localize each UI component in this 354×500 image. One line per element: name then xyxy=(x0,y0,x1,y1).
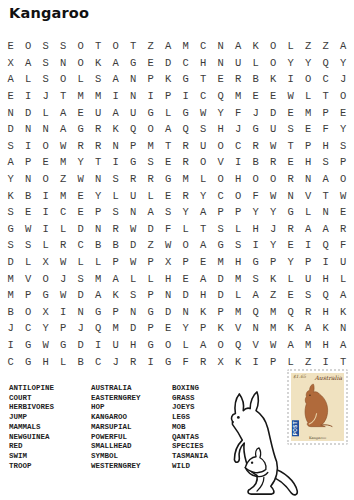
grid-cell: A xyxy=(55,104,73,121)
grid-cell: D xyxy=(212,270,230,287)
grid-cell: I xyxy=(142,88,160,105)
word-list-column-2: AUSTRALIAEASTERNGREYHOPKANGAROOMARSUPIAL… xyxy=(91,384,141,471)
grid-cell: D xyxy=(125,320,143,337)
grid-cell: K xyxy=(90,55,108,72)
grid-cell: L xyxy=(142,270,160,287)
grid-cell: O xyxy=(37,138,55,155)
grid-cell: O xyxy=(142,121,160,138)
grid-cell: S xyxy=(37,38,55,55)
grid-cell: B xyxy=(2,304,20,321)
grid-cell: M xyxy=(2,287,20,304)
grid-cell: L xyxy=(282,38,300,55)
grid-cell: D xyxy=(142,221,160,238)
grid-cell: Y xyxy=(195,187,213,204)
word-search-grid: EOSSOTOTZAMCNAKOLZZAXASNOKAGEDCHNULOYYQY… xyxy=(2,38,352,370)
grid-cell: G xyxy=(160,171,178,188)
grid-cell: K xyxy=(230,353,248,370)
grid-cell: S xyxy=(107,204,125,221)
grid-cell: V xyxy=(230,320,248,337)
grid-cell: M xyxy=(142,138,160,155)
word-list-item: SYMBOL xyxy=(91,452,141,462)
word-list-item: QANTAS xyxy=(172,433,208,443)
grid-cell: M xyxy=(212,254,230,271)
grid-cell: N xyxy=(90,171,108,188)
word-list-item: MOB xyxy=(172,423,208,433)
grid-cell: E xyxy=(335,204,353,221)
grid-cell: W xyxy=(20,221,38,238)
word-list-item: MARSUPIAL xyxy=(91,423,141,433)
grid-cell: L xyxy=(282,270,300,287)
grid-cell: G xyxy=(55,337,73,354)
grid-cell: B xyxy=(72,353,90,370)
grid-cell: Z xyxy=(300,38,318,55)
grid-cell: N xyxy=(55,55,73,72)
grid-cell: L xyxy=(160,104,178,121)
grid-cell: D xyxy=(265,104,283,121)
grid-cell: P xyxy=(177,254,195,271)
grid-cell: L xyxy=(142,187,160,204)
grid-cell: L xyxy=(107,187,125,204)
word-list-item: TASMANIA xyxy=(172,452,208,462)
grid-cell: L xyxy=(55,353,73,370)
grid-cell: T xyxy=(90,154,108,171)
grid-cell: K xyxy=(282,320,300,337)
grid-cell: A xyxy=(160,121,178,138)
grid-cell: D xyxy=(20,104,38,121)
grid-cell: R xyxy=(195,353,213,370)
grid-cell: L xyxy=(55,221,73,238)
grid-cell: F xyxy=(177,353,195,370)
grid-cell: E xyxy=(265,88,283,105)
grid-cell: N xyxy=(20,121,38,138)
grid-cell: P xyxy=(142,71,160,88)
grid-cell: E xyxy=(282,104,300,121)
grid-cell: G xyxy=(20,337,38,354)
grid-cell: Y xyxy=(335,55,353,72)
grid-cell: L xyxy=(247,55,265,72)
grid-cell: U xyxy=(90,104,108,121)
grid-cell: H xyxy=(195,55,213,72)
grid-cell: M xyxy=(300,104,318,121)
grid-cell: A xyxy=(230,38,248,55)
grid-cell: W xyxy=(55,254,73,271)
grid-cell: L xyxy=(72,254,90,271)
word-list-item: HOP xyxy=(91,403,141,413)
grid-cell: Q xyxy=(317,287,335,304)
grid-cell: B xyxy=(20,187,38,204)
grid-cell: S xyxy=(212,221,230,238)
word-list-item: MAMMALS xyxy=(9,423,54,433)
grid-cell: O xyxy=(230,187,248,204)
grid-cell: C xyxy=(195,88,213,105)
grid-cell: H xyxy=(230,171,248,188)
grid-cell: H xyxy=(160,270,178,287)
grid-cell: Q xyxy=(177,121,195,138)
grid-cell: L xyxy=(20,71,38,88)
grid-cell: S xyxy=(247,270,265,287)
grid-cell: E xyxy=(142,55,160,72)
grid-cell: S xyxy=(90,71,108,88)
grid-cell: T xyxy=(317,88,335,105)
grid-cell: E xyxy=(2,38,20,55)
grid-cell: P xyxy=(212,304,230,321)
grid-cell: I xyxy=(317,254,335,271)
grid-cell: E xyxy=(20,204,38,221)
grid-cell: E xyxy=(300,121,318,138)
grid-cell: D xyxy=(72,337,90,354)
grid-cell: A xyxy=(195,270,213,287)
grid-cell: S xyxy=(300,287,318,304)
grid-cell: S xyxy=(230,237,248,254)
grid-cell: P xyxy=(90,204,108,221)
word-list-item: KANGAROO xyxy=(91,413,141,423)
grid-cell: A xyxy=(160,38,178,55)
grid-cell: P xyxy=(107,304,125,321)
grid-cell: E xyxy=(282,154,300,171)
grid-cell: W xyxy=(125,254,143,271)
word-list-item: HERBIVORES xyxy=(9,403,54,413)
grid-cell: X xyxy=(160,254,178,271)
grid-cell: N xyxy=(247,320,265,337)
grid-cell: G xyxy=(212,237,230,254)
grid-cell: O xyxy=(335,88,353,105)
grid-cell: R xyxy=(142,171,160,188)
grid-cell: U xyxy=(265,121,283,138)
grid-cell: H xyxy=(125,337,143,354)
grid-cell: P xyxy=(317,104,335,121)
grid-cell: S xyxy=(2,237,20,254)
grid-cell: D xyxy=(212,287,230,304)
grid-cell: U xyxy=(195,138,213,155)
grid-cell: C xyxy=(55,204,73,221)
grid-cell: K xyxy=(195,304,213,321)
grid-cell: H xyxy=(212,121,230,138)
grid-cell: Y xyxy=(335,121,353,138)
grid-cell: H xyxy=(317,138,335,155)
grid-cell: I xyxy=(90,337,108,354)
grid-cell: W xyxy=(265,337,283,354)
grid-cell: A xyxy=(335,38,353,55)
grid-cell: A xyxy=(300,320,318,337)
grid-cell: G xyxy=(160,353,178,370)
grid-cell: P xyxy=(142,320,160,337)
grid-cell: G xyxy=(37,287,55,304)
grid-cell: G xyxy=(142,104,160,121)
grid-cell: M xyxy=(90,270,108,287)
grid-cell: J xyxy=(72,320,90,337)
grid-cell: O xyxy=(177,237,195,254)
grid-cell: Q xyxy=(230,337,248,354)
grid-cell: Y xyxy=(177,204,195,221)
grid-cell: D xyxy=(72,287,90,304)
grid-cell: M xyxy=(107,320,125,337)
grid-cell: E xyxy=(177,270,195,287)
grid-cell: F xyxy=(160,221,178,238)
grid-cell: O xyxy=(20,304,38,321)
grid-cell: K xyxy=(212,320,230,337)
grid-cell: I xyxy=(142,353,160,370)
grid-cell: A xyxy=(20,55,38,72)
grid-cell: D xyxy=(2,254,20,271)
grid-cell: E xyxy=(212,71,230,88)
grid-cell: N xyxy=(335,320,353,337)
grid-cell: R xyxy=(230,71,248,88)
word-list-item: TROOP xyxy=(9,462,54,472)
grid-cell: R xyxy=(247,138,265,155)
grid-cell: J xyxy=(2,320,20,337)
grid-cell: U xyxy=(125,187,143,204)
grid-cell: Y xyxy=(177,320,195,337)
grid-cell: N xyxy=(212,55,230,72)
grid-cell: Z xyxy=(55,171,73,188)
grid-cell: O xyxy=(300,71,318,88)
grid-cell: Y xyxy=(72,154,90,171)
grid-cell: N xyxy=(212,38,230,55)
grid-cell: M xyxy=(230,270,248,287)
stamp-post-label: POST xyxy=(292,420,299,436)
grid-cell: N xyxy=(125,88,143,105)
grid-cell: Z xyxy=(142,38,160,55)
grid-cell: P xyxy=(55,320,73,337)
grid-cell: C xyxy=(195,38,213,55)
grid-cell: Q xyxy=(212,88,230,105)
grid-cell: A xyxy=(107,55,125,72)
grid-cell: U xyxy=(335,254,353,271)
grid-cell: Q xyxy=(125,121,143,138)
australia-stamp: $1.65 Australia POST Kangaroo xyxy=(287,369,348,445)
grid-cell: E xyxy=(72,204,90,221)
grid-cell: M xyxy=(90,88,108,105)
grid-cell: W xyxy=(160,237,178,254)
grid-cell: I xyxy=(317,353,335,370)
grid-cell: S xyxy=(55,38,73,55)
grid-cell: D xyxy=(125,237,143,254)
grid-cell: O xyxy=(212,138,230,155)
grid-cell: O xyxy=(265,171,283,188)
grid-cell: D xyxy=(177,287,195,304)
grid-cell: A xyxy=(335,337,353,354)
grid-cell: R xyxy=(177,187,195,204)
grid-cell: W xyxy=(55,138,73,155)
grid-cell: O xyxy=(107,38,125,55)
grid-cell: R xyxy=(90,138,108,155)
grid-cell: P xyxy=(142,254,160,271)
grid-cell: Y xyxy=(300,55,318,72)
grid-cell: H xyxy=(247,221,265,238)
grid-cell: P xyxy=(300,254,318,271)
grid-cell: K xyxy=(265,270,283,287)
grid-cell: E xyxy=(282,287,300,304)
grid-cell: I xyxy=(247,237,265,254)
grid-cell: A xyxy=(107,270,125,287)
worksheet-page: Kangaroo EOSSOTOTZAMCNAKOLZZAXASNOKAGEDC… xyxy=(0,0,354,500)
grid-cell: J xyxy=(55,270,73,287)
grid-cell: C xyxy=(177,55,195,72)
grid-cell: Q xyxy=(317,237,335,254)
grid-cell: S xyxy=(2,204,20,221)
grid-cell: Y xyxy=(37,320,55,337)
grid-cell: I xyxy=(107,154,125,171)
grid-cell: M xyxy=(265,320,283,337)
grid-cell: M xyxy=(230,88,248,105)
grid-cell: J xyxy=(107,353,125,370)
grid-cell: K xyxy=(265,71,283,88)
grid-cell: N xyxy=(160,287,178,304)
grid-cell: M xyxy=(177,171,195,188)
grid-cell: W xyxy=(125,221,143,238)
grid-cell: M xyxy=(265,304,283,321)
grid-cell: W xyxy=(195,104,213,121)
grid-cell: R xyxy=(282,171,300,188)
grid-cell: N xyxy=(20,171,38,188)
grid-cell: U xyxy=(107,337,125,354)
grid-cell: Y xyxy=(265,237,283,254)
grid-cell: A xyxy=(335,287,353,304)
grid-cell: T xyxy=(335,353,353,370)
grid-cell: P xyxy=(20,287,38,304)
stamp-denomination: $1.65 xyxy=(293,374,306,379)
grid-cell: C xyxy=(317,71,335,88)
grid-cell: K xyxy=(2,187,20,204)
grid-cell: G xyxy=(142,304,160,321)
grid-cell: J xyxy=(335,71,353,88)
grid-cell: J xyxy=(37,88,55,105)
word-list-column-3: BOXINGGRASSJOEYSLEGSMOBQANTASSPECIESTASM… xyxy=(172,384,208,471)
grid-cell: I xyxy=(37,204,55,221)
grid-cell: N xyxy=(37,121,55,138)
word-list-item: COURT xyxy=(9,394,54,404)
grid-cell: P xyxy=(212,204,230,221)
grid-cell: S xyxy=(2,138,20,155)
grid-cell: Z xyxy=(317,38,335,55)
grid-cell: S xyxy=(125,287,143,304)
grid-cell: M xyxy=(230,304,248,321)
grid-cell: P xyxy=(20,154,38,171)
stamp-artwork: $1.65 Australia POST Kangaroo xyxy=(291,373,344,441)
grid-cell: O xyxy=(195,154,213,171)
grid-cell: W xyxy=(37,337,55,354)
grid-cell: Z xyxy=(300,353,318,370)
grid-cell: O xyxy=(37,171,55,188)
grid-cell: L xyxy=(20,254,38,271)
grid-cell: Y xyxy=(282,254,300,271)
grid-cell: M xyxy=(55,154,73,171)
grid-cell: E xyxy=(282,237,300,254)
grid-cell: M xyxy=(55,187,73,204)
grid-cell: P xyxy=(195,320,213,337)
grid-cell: S xyxy=(160,204,178,221)
grid-cell: R xyxy=(177,154,195,171)
grid-cell: Y xyxy=(247,204,265,221)
grid-cell: A xyxy=(2,71,20,88)
grid-cell: Y xyxy=(90,187,108,204)
grid-cell: O xyxy=(72,38,90,55)
grid-cell: G xyxy=(282,204,300,221)
grid-cell: A xyxy=(107,104,125,121)
grid-cell: G xyxy=(247,254,265,271)
grid-cell: I xyxy=(282,71,300,88)
grid-cell: W xyxy=(282,88,300,105)
grid-cell: C xyxy=(72,237,90,254)
grid-cell: O xyxy=(160,337,178,354)
word-list-item: POWERFUL xyxy=(91,433,141,443)
grid-cell: R xyxy=(177,138,195,155)
grid-cell: B xyxy=(247,154,265,171)
grid-cell: N xyxy=(125,304,143,321)
grid-cell: S xyxy=(72,270,90,287)
grid-cell: A xyxy=(2,154,20,171)
grid-cell: X xyxy=(212,353,230,370)
grid-cell: O xyxy=(212,337,230,354)
grid-cell: L xyxy=(90,254,108,271)
grid-cell: O xyxy=(20,38,38,55)
grid-cell: P xyxy=(160,88,178,105)
grid-cell: H xyxy=(37,353,55,370)
grid-cell: Z xyxy=(142,237,160,254)
grid-cell: A xyxy=(300,221,318,238)
grid-cell: R xyxy=(300,304,318,321)
grid-cell: M xyxy=(2,270,20,287)
grid-cell: K xyxy=(160,71,178,88)
grid-cell: T xyxy=(90,38,108,55)
word-list-item: BOXING xyxy=(172,384,208,394)
kangaroo-eye xyxy=(237,416,240,419)
grid-cell: L xyxy=(282,353,300,370)
grid-cell: F xyxy=(317,121,335,138)
grid-cell: G xyxy=(20,353,38,370)
grid-cell: L xyxy=(195,171,213,188)
grid-cell: V xyxy=(212,154,230,171)
grid-cell: C xyxy=(2,353,20,370)
grid-cell: L xyxy=(300,88,318,105)
grid-cell: E xyxy=(37,154,55,171)
grid-cell: N xyxy=(177,304,195,321)
grid-cell: N xyxy=(125,204,143,221)
grid-cell: G xyxy=(125,154,143,171)
grid-cell: P xyxy=(265,254,283,271)
grid-cell: S xyxy=(37,55,55,72)
grid-cell: E xyxy=(160,187,178,204)
grid-cell: H xyxy=(300,154,318,171)
grid-cell: L xyxy=(300,204,318,221)
grid-cell: L xyxy=(37,104,55,121)
grid-cell: T xyxy=(160,138,178,155)
grid-cell: H xyxy=(195,287,213,304)
grid-cell: V xyxy=(20,270,38,287)
grid-cell: G xyxy=(90,304,108,321)
word-list-item: LEGS xyxy=(172,413,208,423)
grid-cell: A xyxy=(195,204,213,221)
stamp-caption: Kangaroo xyxy=(291,436,344,440)
grid-cell: B xyxy=(107,237,125,254)
grid-cell: P xyxy=(265,353,283,370)
grid-cell: X xyxy=(37,304,55,321)
grid-cell: P xyxy=(335,154,353,171)
grid-cell: E xyxy=(335,104,353,121)
grid-cell: E xyxy=(195,254,213,271)
grid-cell: C xyxy=(212,187,230,204)
grid-cell: I xyxy=(20,88,38,105)
grid-cell: A xyxy=(142,204,160,221)
joey-eye xyxy=(251,461,253,463)
grid-cell: O xyxy=(72,55,90,72)
grid-cell: R xyxy=(125,171,143,188)
grid-cell: P xyxy=(300,138,318,155)
grid-cell: O xyxy=(265,55,283,72)
grid-cell: N xyxy=(125,71,143,88)
grid-cell: S xyxy=(282,121,300,138)
grid-cell: A xyxy=(282,337,300,354)
